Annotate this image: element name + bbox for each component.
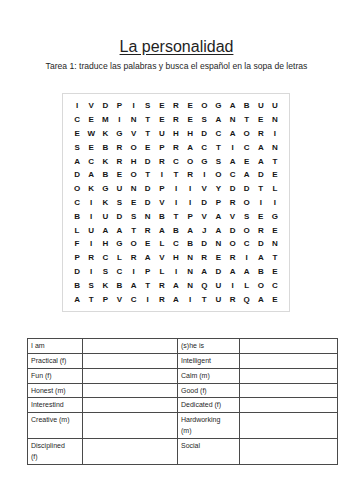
grid-cell-f7: D [141, 182, 155, 196]
english-label-cell: Interestind [28, 398, 83, 413]
grid-cell-f12: A [141, 251, 155, 265]
grid-cell-e5: H [127, 154, 141, 168]
grid-cell-a9: B [70, 209, 84, 223]
grid-cell-e13: I [127, 265, 141, 279]
grid-cell-d14: B [112, 278, 126, 292]
grid-cell-m4: C [240, 140, 254, 154]
grid-cell-m2: T [240, 113, 254, 127]
table-row: Creative (m)Hardworking (m) [28, 413, 338, 439]
grid-cell-d13: C [112, 265, 126, 279]
grid-cell-o7: L [268, 182, 282, 196]
grid-cell-e15: C [127, 292, 141, 306]
english-label-cell: Dedicated (f) [178, 398, 240, 413]
answer-cell[interactable] [83, 438, 178, 464]
grid-cell-a4: S [70, 140, 84, 154]
english-label-cell: I am [28, 339, 83, 354]
grid-cell-d2: I [112, 113, 126, 127]
english-label-cell: Disciplined (f) [28, 438, 83, 464]
grid-cell-c13: S [98, 265, 112, 279]
grid-cell-h9: T [169, 209, 183, 223]
grid-cell-c6: B [98, 168, 112, 182]
grid-cell-c8: K [98, 196, 112, 210]
grid-cell-e7: N [127, 182, 141, 196]
grid-cell-k11: N [211, 237, 225, 251]
grid-cell-l14: I [225, 278, 239, 292]
english-label-cell: Calm (m) [178, 368, 240, 383]
grid-cell-i11: B [183, 237, 197, 251]
english-label-cell: Practical (f) [28, 353, 83, 368]
grid-cell-g4: P [155, 140, 169, 154]
grid-cell-o2: N [268, 113, 282, 127]
grid-cell-o15: E [268, 292, 282, 306]
grid-cell-h5: C [169, 154, 183, 168]
grid-cell-d5: R [112, 154, 126, 168]
grid-cell-c9: U [98, 209, 112, 223]
grid-cell-i14: N [183, 278, 197, 292]
page-title: La personalidad [0, 38, 353, 56]
grid-cell-l7: D [225, 182, 239, 196]
grid-cell-f5: D [141, 154, 155, 168]
grid-cell-k8: P [211, 196, 225, 210]
grid-cell-j13: A [197, 265, 211, 279]
grid-cell-b11: I [84, 237, 98, 251]
grid-cell-g3: U [155, 127, 169, 141]
grid-cell-n12: A [254, 251, 268, 265]
grid-cell-d8: S [112, 196, 126, 210]
grid-cell-g8: V [155, 196, 169, 210]
grid-cell-i10: A [183, 223, 197, 237]
grid-cell-c3: K [98, 127, 112, 141]
grid-cell-d4: R [112, 140, 126, 154]
grid-cell-f10: R [141, 223, 155, 237]
grid-cell-g2: E [155, 113, 169, 127]
english-label-cell: Social [178, 438, 240, 464]
grid-cell-h11: C [169, 237, 183, 251]
grid-cell-b9: I [84, 209, 98, 223]
grid-cell-n7: T [254, 182, 268, 196]
grid-cell-i6: R [183, 168, 197, 182]
grid-cell-k13: D [211, 265, 225, 279]
grid-cell-f3: T [141, 127, 155, 141]
answer-cell[interactable] [83, 383, 178, 398]
grid-cell-g14: R [155, 278, 169, 292]
table-row: Fun (f)Calm (m) [28, 368, 338, 383]
grid-cell-e11: O [127, 237, 141, 251]
grid-cell-j6: I [197, 168, 211, 182]
grid-cell-b6: A [84, 168, 98, 182]
grid-cell-m12: I [240, 251, 254, 265]
grid-cell-d15: V [112, 292, 126, 306]
grid-cell-c1: D [98, 99, 112, 113]
grid-cell-c5: K [98, 154, 112, 168]
grid-cell-f15: I [141, 292, 155, 306]
grid-cell-c14: K [98, 278, 112, 292]
answer-cell[interactable] [83, 353, 178, 368]
grid-cell-j11: D [197, 237, 211, 251]
grid-cell-k3: C [211, 127, 225, 141]
grid-cell-l15: R [225, 292, 239, 306]
grid-cell-e2: N [127, 113, 141, 127]
grid-cell-k5: S [211, 154, 225, 168]
grid-cell-f14: T [141, 278, 155, 292]
grid-cell-g12: V [155, 251, 169, 265]
grid-cell-i13: N [183, 265, 197, 279]
grid-cell-l9: V [225, 209, 239, 223]
grid-cell-m5: E [240, 154, 254, 168]
grid-cell-f2: T [141, 113, 155, 127]
vocab-table-body: I am(s)he isPractical (f)IntelligentFun … [28, 339, 338, 465]
grid-cell-n9: E [254, 209, 268, 223]
grid-cell-f9: N [141, 209, 155, 223]
grid-cell-o3: I [268, 127, 282, 141]
grid-cell-i12: N [183, 251, 197, 265]
grid-cell-h12: H [169, 251, 183, 265]
grid-cell-d9: D [112, 209, 126, 223]
grid-cell-a6: D [70, 168, 84, 182]
grid-cell-d10: A [112, 223, 126, 237]
grid-cell-b1: V [84, 99, 98, 113]
grid-cell-o11: N [268, 237, 282, 251]
grid-cell-k4: T [211, 140, 225, 154]
grid-cell-k15: U [211, 292, 225, 306]
grid-cell-m6: A [240, 168, 254, 182]
answer-cell[interactable] [240, 353, 338, 368]
grid-cell-a5: A [70, 154, 84, 168]
grid-cell-h14: A [169, 278, 183, 292]
grid-cell-b5: C [84, 154, 98, 168]
grid-cell-n4: A [254, 140, 268, 154]
table-row: Practical (f)Intelligent [28, 353, 338, 368]
grid-cell-i9: P [183, 209, 197, 223]
wordsearch-grid: IVDPISEREOGABUUCEMINTERESANTENEWKGVTUHHD… [62, 93, 290, 312]
answer-cell[interactable] [240, 383, 338, 398]
grid-cell-e10: T [127, 223, 141, 237]
grid-cell-b2: E [84, 113, 98, 127]
grid-cell-e1: I [127, 99, 141, 113]
grid-cell-i8: I [183, 196, 197, 210]
grid-cell-o6: E [268, 168, 282, 182]
grid-cell-i7: I [183, 182, 197, 196]
grid-cell-c15: P [98, 292, 112, 306]
grid-cell-h1: R [169, 99, 183, 113]
english-label-cell: Fun (f) [28, 368, 83, 383]
grid-cell-n11: D [254, 237, 268, 251]
grid-cell-h2: R [169, 113, 183, 127]
grid-cell-j12: R [197, 251, 211, 265]
grid-cell-h13: I [169, 265, 183, 279]
grid-cell-l6: C [225, 168, 239, 182]
grid-cell-e12: R [127, 251, 141, 265]
grid-cell-c10: A [98, 223, 112, 237]
grid-cell-d6: E [112, 168, 126, 182]
grid-cell-g13: L [155, 265, 169, 279]
grid-cell-i5: O [183, 154, 197, 168]
grid-cell-m13: A [240, 265, 254, 279]
grid-cell-a7: O [70, 182, 84, 196]
grid-cell-m15: Q [240, 292, 254, 306]
grid-cell-j4: C [197, 140, 211, 154]
grid-cell-h15: A [169, 292, 183, 306]
grid-cell-l5: A [225, 154, 239, 168]
grid-cell-a15: A [70, 292, 84, 306]
grid-cell-a10: L [70, 223, 84, 237]
grid-cell-m9: S [240, 209, 254, 223]
grid-cell-i3: H [183, 127, 197, 141]
grid-cell-a2: C [70, 113, 84, 127]
answer-cell[interactable] [240, 339, 338, 354]
grid-cell-k14: U [211, 278, 225, 292]
grid-cell-a12: P [70, 251, 84, 265]
english-label-cell: Honest (m) [28, 383, 83, 398]
answer-cell[interactable] [240, 413, 338, 439]
grid-cell-n14: O [254, 278, 268, 292]
grid-cell-g10: A [155, 223, 169, 237]
grid-cell-n2: E [254, 113, 268, 127]
answer-cell[interactable] [83, 368, 178, 383]
grid-cell-l4: I [225, 140, 239, 154]
grid-cell-n1: U [254, 99, 268, 113]
answer-cell[interactable] [83, 413, 178, 439]
grid-cell-i4: A [183, 140, 197, 154]
grid-cell-m1: B [240, 99, 254, 113]
grid-cell-n6: D [254, 168, 268, 182]
grid-cell-c4: B [98, 140, 112, 154]
grid-cell-g15: R [155, 292, 169, 306]
grid-cell-f8: D [141, 196, 155, 210]
grid-cell-k6: O [211, 168, 225, 182]
grid-cell-n5: A [254, 154, 268, 168]
grid-cell-o13: E [268, 265, 282, 279]
table-row: Honest (m)Good (f) [28, 383, 338, 398]
grid-cell-g5: R [155, 154, 169, 168]
grid-cell-b14: S [84, 278, 98, 292]
grid-cell-h7: I [169, 182, 183, 196]
english-label-cell: Intelligent [178, 353, 240, 368]
grid-cell-g7: P [155, 182, 169, 196]
grid-cell-l8: R [225, 196, 239, 210]
grid-cell-c2: M [98, 113, 112, 127]
grid-cell-e3: V [127, 127, 141, 141]
grid-cell-a11: F [70, 237, 84, 251]
grid-cell-f1: S [141, 99, 155, 113]
grid-cell-c7: G [98, 182, 112, 196]
grid-cell-a1: I [70, 99, 84, 113]
grid-cell-n10: R [254, 223, 268, 237]
table-row: I am(s)he is [28, 339, 338, 354]
grid-cell-o8: I [268, 196, 282, 210]
grid-cell-g6: I [155, 168, 169, 182]
grid-cell-a13: D [70, 265, 84, 279]
grid-cell-h3: H [169, 127, 183, 141]
worksheet-page: La personalidad Tarea 1: traduce las pal… [0, 0, 353, 500]
grid-cell-n3: R [254, 127, 268, 141]
grid-cell-j1: O [197, 99, 211, 113]
grid-cell-l11: O [225, 237, 239, 251]
grid-cell-l10: D [225, 223, 239, 237]
grid-cell-l3: A [225, 127, 239, 141]
grid-cell-b4: E [84, 140, 98, 154]
grid-cell-o10: E [268, 223, 282, 237]
grid-cell-d1: P [112, 99, 126, 113]
grid-cell-g1: E [155, 99, 169, 113]
grid-cell-o12: T [268, 251, 282, 265]
english-label-cell: Hardworking (m) [178, 413, 240, 439]
grid-cell-e8: E [127, 196, 141, 210]
grid-cell-a8: C [70, 196, 84, 210]
answer-cell[interactable] [83, 398, 178, 413]
grid-cell-j10: J [197, 223, 211, 237]
grid-cell-k9: A [211, 209, 225, 223]
grid-cell-h10: B [169, 223, 183, 237]
grid-cell-c11: H [98, 237, 112, 251]
grid-cell-j9: V [197, 209, 211, 223]
grid-cell-h6: T [169, 168, 183, 182]
grid-cell-a3: E [70, 127, 84, 141]
grid-cell-n8: I [254, 196, 268, 210]
grid-cell-k12: E [211, 251, 225, 265]
grid-cell-f4: E [141, 140, 155, 154]
grid-cell-f13: P [141, 265, 155, 279]
grid-cell-m14: L [240, 278, 254, 292]
grid-cell-j15: T [197, 292, 211, 306]
grid-cell-e6: O [127, 168, 141, 182]
grid-cell-i15: I [183, 292, 197, 306]
grid-cell-h8: I [169, 196, 183, 210]
grid-cell-a14: B [70, 278, 84, 292]
grid-cell-m11: C [240, 237, 254, 251]
grid-cell-i2: E [183, 113, 197, 127]
grid-cell-b13: I [84, 265, 98, 279]
answer-cell[interactable] [83, 339, 178, 354]
grid-cell-o9: G [268, 209, 282, 223]
grid-cell-n13: B [254, 265, 268, 279]
grid-cell-i1: E [183, 99, 197, 113]
grid-cell-j8: D [197, 196, 211, 210]
grid-cell-b12: R [84, 251, 98, 265]
answer-cell[interactable] [240, 398, 338, 413]
english-label-cell: Creative (m) [28, 413, 83, 439]
grid-cell-l1: A [225, 99, 239, 113]
answer-cell[interactable] [240, 438, 338, 464]
grid-cell-m7: D [240, 182, 254, 196]
grid-cell-n15: A [254, 292, 268, 306]
grid-cell-o1: U [268, 99, 282, 113]
grid-cell-k1: G [211, 99, 225, 113]
grid-cell-e4: O [127, 140, 141, 154]
grid-cell-b15: T [84, 292, 98, 306]
task-instruction: Tarea 1: traduce las palabras y busca el… [0, 61, 353, 71]
grid-cell-d7: U [112, 182, 126, 196]
grid-cell-l2: N [225, 113, 239, 127]
grid-cell-k7: Y [211, 182, 225, 196]
grid-cell-b10: U [84, 223, 98, 237]
grid-cell-j14: Q [197, 278, 211, 292]
english-label-cell: (s)he is [178, 339, 240, 354]
table-row: Disciplined (f)Social [28, 438, 338, 464]
grid-cell-l12: R [225, 251, 239, 265]
grid-cell-j3: D [197, 127, 211, 141]
grid-cell-m10: O [240, 223, 254, 237]
grid-cell-m8: O [240, 196, 254, 210]
grid-cell-d12: L [112, 251, 126, 265]
grid-cell-h4: R [169, 140, 183, 154]
grid-cell-l13: A [225, 265, 239, 279]
grid-cell-j5: G [197, 154, 211, 168]
grid-cell-k10: A [211, 223, 225, 237]
vocab-table: I am(s)he isPractical (f)IntelligentFun … [27, 338, 338, 465]
grid-cell-o14: C [268, 278, 282, 292]
grid-cell-d11: G [112, 237, 126, 251]
grid-cell-b7: K [84, 182, 98, 196]
english-label-cell: Good (f) [178, 383, 240, 398]
grid-cell-j2: S [197, 113, 211, 127]
grid-cell-k2: A [211, 113, 225, 127]
grid-cell-g9: B [155, 209, 169, 223]
grid-cell-f6: T [141, 168, 155, 182]
grid-cell-g11: L [155, 237, 169, 251]
grid-cell-m3: O [240, 127, 254, 141]
table-row: InterestindDedicated (f) [28, 398, 338, 413]
grid-cell-b8: I [84, 196, 98, 210]
grid-cell-d3: G [112, 127, 126, 141]
answer-cell[interactable] [240, 368, 338, 383]
grid-cell-f11: E [141, 237, 155, 251]
grid-cell-o5: T [268, 154, 282, 168]
grid-cell-e14: A [127, 278, 141, 292]
grid-cell-b3: W [84, 127, 98, 141]
grid-cell-e9: S [127, 209, 141, 223]
grid-cell-o4: N [268, 140, 282, 154]
grid-cell-c12: C [98, 251, 112, 265]
grid-cell-j7: V [197, 182, 211, 196]
